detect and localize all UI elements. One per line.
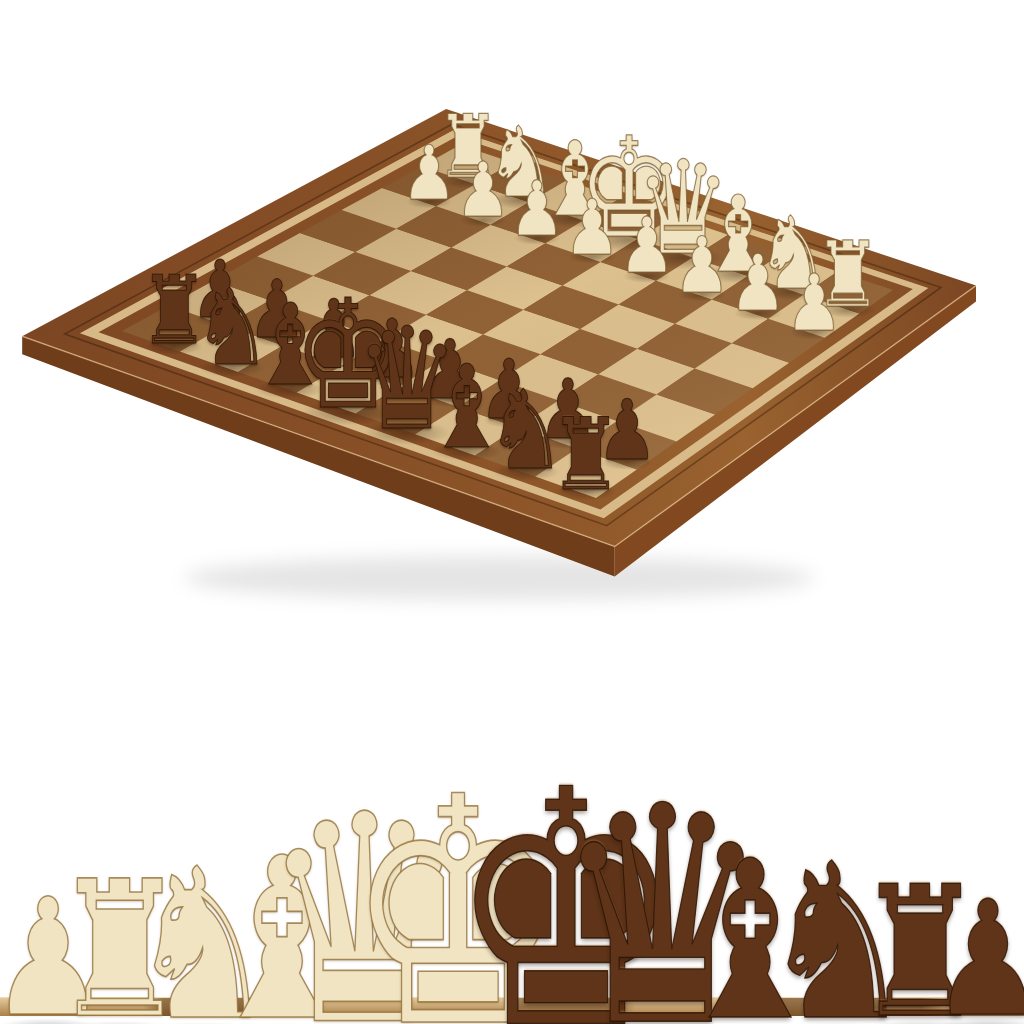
chess-set-product-photo: ♜♞♟♝♟♚♟♛♟♝♟♞♟♜♟♟♟♟♜♟♞♟♝♟♚♟♛♟♝♟♞♜ ♟♜♞♝♛♚♚… bbox=[0, 0, 1024, 1024]
lineup-black-pawn: ♟ bbox=[931, 879, 1024, 1024]
piece-lineup: ♟♜♞♝♛♚♚♛♝♞♜♟ bbox=[0, 0, 1024, 1024]
